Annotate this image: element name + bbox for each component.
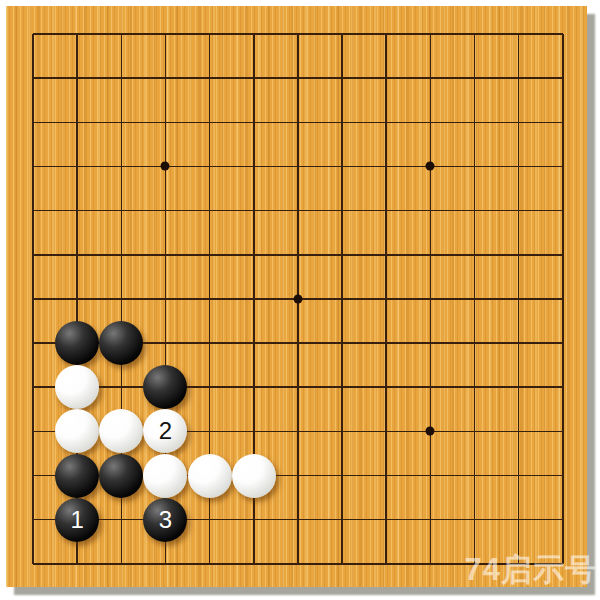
grid-line-horizontal [33,563,563,565]
stone-black[interactable] [143,365,187,409]
stone-black[interactable]: 3 [143,498,187,542]
grid-line-vertical [474,34,476,564]
grid-line-horizontal [33,519,563,521]
stone-white[interactable] [188,454,232,498]
grid-line-vertical [518,34,520,564]
grid-line-horizontal [33,386,563,388]
star-point [426,162,435,171]
stone-black[interactable] [99,454,143,498]
star-point [293,294,302,303]
move-number: 1 [70,508,83,532]
stone-white[interactable] [99,409,143,453]
move-number: 3 [159,508,172,532]
star-point [161,162,170,171]
stone-black[interactable]: 1 [55,498,99,542]
stone-black[interactable] [99,321,143,365]
grid-line-vertical [562,34,564,564]
stone-black[interactable] [55,321,99,365]
stone-white[interactable] [232,454,276,498]
grid-line-vertical [430,34,432,564]
go-board[interactable]: 213 [6,6,587,587]
page: 213 74启示号 [0,0,600,600]
stone-white[interactable] [55,409,99,453]
star-point [426,427,435,436]
stone-white[interactable] [143,454,187,498]
stone-white[interactable]: 2 [143,409,187,453]
move-number: 2 [159,419,172,443]
stone-black[interactable] [55,454,99,498]
stone-white[interactable] [55,365,99,409]
grid-line-vertical [341,34,343,564]
grid-line-vertical [385,34,387,564]
